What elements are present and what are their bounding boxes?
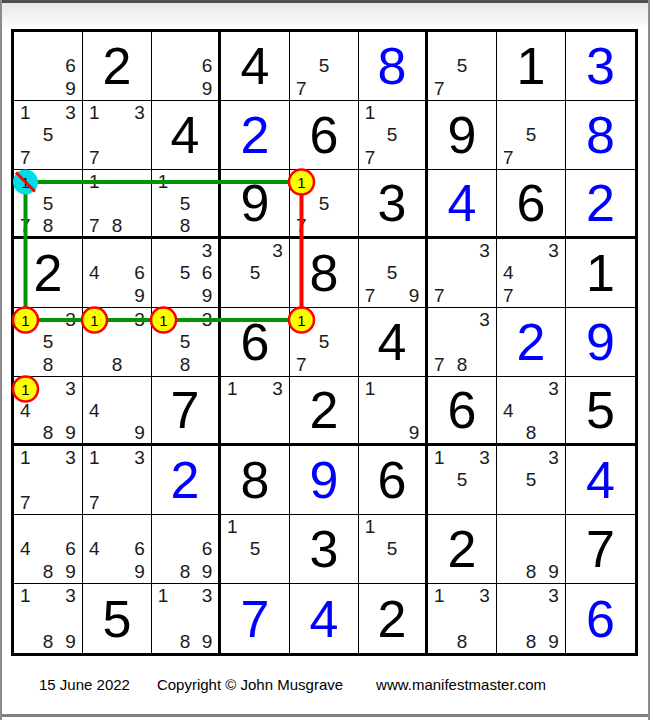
cell-r3c1[interactable]: 1578 <box>14 170 83 239</box>
pencil-mark <box>473 284 496 307</box>
pencil-mark: 9 <box>128 421 151 443</box>
pencil-mark <box>14 421 37 443</box>
cell-value: 9 <box>566 308 635 376</box>
pencil-mark: 1 <box>14 308 37 331</box>
pencil-mark <box>83 421 106 443</box>
pencil-mark <box>152 262 174 285</box>
cell-value: 7 <box>152 377 218 443</box>
cell-r1c8[interactable]: 1 <box>497 32 566 101</box>
pencil-mark <box>174 584 196 607</box>
pencil-mark <box>451 607 474 630</box>
pencil-mark: 1 <box>359 101 381 124</box>
pencil-mark: 7 <box>83 214 106 236</box>
pencil-mark: 7 <box>290 353 313 376</box>
pencil-grid: 57 <box>290 32 358 100</box>
pencil-grid: 13 <box>221 377 289 443</box>
pencil-mark: 6 <box>196 55 218 78</box>
pencil-mark <box>428 308 451 331</box>
pencil-mark <box>128 515 151 538</box>
cell-r1c5[interactable]: 57 <box>290 32 359 101</box>
pencil-grid: 1357 <box>14 101 82 169</box>
cell-value: 8 <box>290 239 358 307</box>
pencil-mark <box>542 146 565 169</box>
pencil-mark <box>14 630 37 653</box>
pencil-grid: 35 <box>221 239 289 307</box>
pencil-mark: 1 <box>83 446 106 469</box>
pencil-mark <box>428 239 451 262</box>
cell-r7c6[interactable]: 6 <box>359 446 428 515</box>
pencil-mark <box>359 399 381 421</box>
pencil-mark <box>520 101 543 124</box>
pencil-mark <box>59 170 82 192</box>
pencil-mark <box>520 377 543 399</box>
pencil-mark <box>473 262 496 285</box>
pencil-mark: 3 <box>542 584 565 607</box>
pencil-mark <box>451 491 474 514</box>
cell-r8c6[interactable]: 15 <box>359 515 428 584</box>
cell-r9c1[interactable]: 1389 <box>14 584 83 653</box>
cell-value: 5 <box>83 584 151 653</box>
pencil-mark <box>59 607 82 630</box>
pencil-mark: 9 <box>196 284 218 307</box>
pencil-mark <box>152 331 174 354</box>
pencil-mark: 1 <box>359 515 381 538</box>
pencil-mark <box>497 446 520 469</box>
cell-r1c4[interactable]: 4 <box>221 32 290 101</box>
pencil-mark: 8 <box>106 214 129 236</box>
cell-r4c7[interactable]: 37 <box>428 239 497 308</box>
pencil-mark: 1 <box>152 170 174 192</box>
cell-r6c3[interactable]: 7 <box>152 377 221 446</box>
pencil-mark <box>359 421 381 443</box>
cell-r5c3[interactable]: 1358 <box>152 308 221 377</box>
pencil-mark: 7 <box>290 77 313 100</box>
pencil-mark <box>221 284 244 307</box>
pencil-mark <box>106 239 129 262</box>
pencil-mark <box>542 284 565 307</box>
pencil-mark <box>59 469 82 492</box>
pencil-mark: 1 <box>152 584 174 607</box>
pencil-mark <box>313 353 336 376</box>
cell-r8c4[interactable]: 15 <box>221 515 290 584</box>
pencil-mark: 6 <box>128 538 151 561</box>
cell-r9c6[interactable]: 2 <box>359 584 428 653</box>
pencil-mark: 4 <box>83 262 106 285</box>
cell-r2c8[interactable]: 57 <box>497 101 566 170</box>
pencil-mark <box>403 515 425 538</box>
cell-r3c4[interactable]: 9 <box>221 170 290 239</box>
pencil-mark <box>83 124 106 147</box>
cell-r3c7[interactable]: 4 <box>428 170 497 239</box>
pencil-mark <box>266 560 289 583</box>
cell-value: 3 <box>290 515 358 583</box>
cell-r7c3[interactable]: 2 <box>152 446 221 515</box>
pencil-mark: 5 <box>381 124 403 147</box>
pencil-mark <box>473 491 496 514</box>
pencil-mark: 1 <box>14 101 37 124</box>
pencil-grid: 138 <box>83 308 151 376</box>
cell-r9c9[interactable]: 6 <box>566 584 635 653</box>
pencil-mark <box>497 515 520 538</box>
cell-r6c6[interactable]: 19 <box>359 377 428 446</box>
pencil-mark: 3 <box>473 584 496 607</box>
cell-r4c8[interactable]: 347 <box>497 239 566 308</box>
pencil-grid: 157 <box>290 170 358 236</box>
pencil-mark <box>37 584 60 607</box>
pencil-mark <box>128 469 151 492</box>
pencil-mark: 7 <box>83 491 106 514</box>
pencil-mark <box>244 377 267 399</box>
pencil-mark <box>106 446 129 469</box>
pencil-mark: 8 <box>174 630 196 653</box>
pencil-mark: 1 <box>428 584 451 607</box>
pencil-mark: 1 <box>83 170 106 192</box>
cell-r8c3[interactable]: 689 <box>152 515 221 584</box>
pencil-mark <box>428 331 451 354</box>
pencil-mark <box>221 239 244 262</box>
pencil-mark <box>174 55 196 78</box>
pencil-grid: 689 <box>152 515 218 583</box>
cell-r8c9[interactable]: 7 <box>566 515 635 584</box>
cell-value: 2 <box>221 101 289 169</box>
pencil-grid: 15 <box>359 515 425 583</box>
pencil-mark: 9 <box>403 284 425 307</box>
pencil-mark <box>83 353 106 376</box>
pencil-mark <box>542 399 565 421</box>
pencil-mark <box>14 55 37 78</box>
cell-r3c5[interactable]: 157 <box>290 170 359 239</box>
pencil-grid: 178 <box>83 170 151 236</box>
cell-r7c2[interactable]: 137 <box>83 446 152 515</box>
pencil-mark: 8 <box>520 421 543 443</box>
cell-r1c6[interactable]: 8 <box>359 32 428 101</box>
pencil-mark: 3 <box>59 584 82 607</box>
pencil-mark: 9 <box>542 560 565 583</box>
cell-r2c2[interactable]: 137 <box>83 101 152 170</box>
pencil-mark <box>497 124 520 147</box>
pencil-mark <box>106 284 129 307</box>
cell-value: 6 <box>497 170 565 236</box>
pencil-mark <box>290 32 313 55</box>
pencil-mark <box>290 192 313 214</box>
cell-r3c3[interactable]: 158 <box>152 170 221 239</box>
pencil-mark <box>266 421 289 443</box>
cell-r7c7[interactable]: 135 <box>428 446 497 515</box>
pencil-mark <box>313 170 336 192</box>
pencil-mark <box>335 32 358 55</box>
pencil-mark <box>542 491 565 514</box>
cell-value: 1 <box>566 239 635 307</box>
cell-r6c5[interactable]: 2 <box>290 377 359 446</box>
pencil-mark: 5 <box>174 262 196 285</box>
pencil-mark: 7 <box>428 77 451 100</box>
cell-r8c5[interactable]: 3 <box>290 515 359 584</box>
pencil-mark <box>335 308 358 331</box>
pencil-mark: 3 <box>266 239 289 262</box>
cell-value: 4 <box>221 32 289 100</box>
pencil-mark: 5 <box>451 55 474 78</box>
pencil-mark <box>37 446 60 469</box>
pencil-mark <box>428 491 451 514</box>
pencil-mark: 1 <box>83 308 106 331</box>
cell-value: 4 <box>428 170 496 236</box>
pencil-mark <box>403 560 425 583</box>
cell-r8c2[interactable]: 469 <box>83 515 152 584</box>
cell-value: 6 <box>428 377 496 443</box>
cell-r8c8[interactable]: 89 <box>497 515 566 584</box>
cell-value: 9 <box>428 101 496 169</box>
pencil-mark <box>221 399 244 421</box>
pencil-mark <box>451 584 474 607</box>
cell-r5c8[interactable]: 2 <box>497 308 566 377</box>
pencil-mark: 9 <box>59 421 82 443</box>
cell-r1c1[interactable]: 69 <box>14 32 83 101</box>
cell-r1c2[interactable]: 2 <box>83 32 152 101</box>
cell-r5c7[interactable]: 378 <box>428 308 497 377</box>
cell-r1c3[interactable]: 69 <box>152 32 221 101</box>
pencil-mark <box>59 515 82 538</box>
pencil-mark <box>174 607 196 630</box>
pencil-mark <box>106 331 129 354</box>
cell-r6c9[interactable]: 5 <box>566 377 635 446</box>
cell-r4c6[interactable]: 579 <box>359 239 428 308</box>
cell-value: 2 <box>497 308 565 376</box>
pencil-mark <box>152 77 174 100</box>
pencil-mark <box>37 32 60 55</box>
cell-r5c5[interactable]: 157 <box>290 308 359 377</box>
pencil-mark <box>83 239 106 262</box>
cell-r1c7[interactable]: 57 <box>428 32 497 101</box>
sudoku-board[interactable]: 6926945785713135713742615795781578178158… <box>11 29 638 656</box>
pencil-mark: 7 <box>14 146 37 169</box>
pencil-mark <box>152 32 174 55</box>
pencil-mark <box>83 560 106 583</box>
pencil-mark <box>451 284 474 307</box>
pencil-mark <box>542 124 565 147</box>
pencil-grid: 378 <box>428 308 496 376</box>
pencil-mark: 7 <box>359 146 381 169</box>
pencil-mark <box>451 446 474 469</box>
pencil-mark <box>14 32 37 55</box>
pencil-mark: 1 <box>359 377 381 399</box>
pencil-mark <box>403 538 425 561</box>
cell-r7c4[interactable]: 8 <box>221 446 290 515</box>
pencil-mark: 3 <box>59 308 82 331</box>
pencil-mark <box>106 101 129 124</box>
pencil-grid: 137 <box>83 446 151 514</box>
pencil-mark <box>196 170 218 192</box>
pencil-grid: 138 <box>428 584 496 653</box>
footer-date: 15 June 2022 <box>39 676 130 693</box>
cell-r9c2[interactable]: 5 <box>83 584 152 653</box>
pencil-grid: 157 <box>359 101 425 169</box>
pencil-mark <box>451 77 474 100</box>
pencil-mark <box>152 630 174 653</box>
pencil-mark: 5 <box>174 331 196 354</box>
cell-r7c9[interactable]: 4 <box>566 446 635 515</box>
pencil-mark <box>37 77 60 100</box>
pencil-mark <box>381 377 403 399</box>
pencil-grid: 469 <box>83 515 151 583</box>
footer-site-link[interactable]: www.manifestmaster.com <box>376 676 546 693</box>
cell-r2c4[interactable]: 2 <box>221 101 290 170</box>
cell-r2c9[interactable]: 8 <box>566 101 635 170</box>
pencil-mark <box>520 146 543 169</box>
cell-r4c4[interactable]: 35 <box>221 239 290 308</box>
pencil-mark <box>14 515 37 538</box>
cell-r2c3[interactable]: 4 <box>152 101 221 170</box>
pencil-mark <box>244 284 267 307</box>
pencil-mark <box>174 170 196 192</box>
pencil-mark <box>14 560 37 583</box>
pencil-mark <box>106 491 129 514</box>
pencil-mark: 1 <box>14 377 37 399</box>
cell-value: 9 <box>290 446 358 514</box>
cell-r9c8[interactable]: 389 <box>497 584 566 653</box>
cell-r9c3[interactable]: 1389 <box>152 584 221 653</box>
pencil-mark <box>128 491 151 514</box>
cell-r8c1[interactable]: 4689 <box>14 515 83 584</box>
pencil-mark: 8 <box>37 214 60 236</box>
cell-r1c9[interactable]: 3 <box>566 32 635 101</box>
cell-r2c6[interactable]: 157 <box>359 101 428 170</box>
cell-r8c7[interactable]: 2 <box>428 515 497 584</box>
pencil-mark: 6 <box>59 538 82 561</box>
pencil-mark <box>37 538 60 561</box>
pencil-mark <box>520 399 543 421</box>
cell-r6c1[interactable]: 13489 <box>14 377 83 446</box>
cell-r9c4[interactable]: 7 <box>221 584 290 653</box>
pencil-mark: 1 <box>221 515 244 538</box>
pencil-mark <box>83 377 106 399</box>
pencil-mark <box>152 239 174 262</box>
cell-r6c8[interactable]: 348 <box>497 377 566 446</box>
pencil-mark: 6 <box>196 538 218 561</box>
cell-r3c9[interactable]: 2 <box>566 170 635 239</box>
cell-r6c4[interactable]: 13 <box>221 377 290 446</box>
pencil-grid: 469 <box>83 239 151 307</box>
pencil-mark <box>106 192 129 214</box>
cell-r4c5[interactable]: 8 <box>290 239 359 308</box>
pencil-mark <box>381 239 403 262</box>
cell-r9c7[interactable]: 138 <box>428 584 497 653</box>
pencil-mark <box>313 308 336 331</box>
pencil-grid: 158 <box>152 170 218 236</box>
cell-r4c9[interactable]: 1 <box>566 239 635 308</box>
pencil-mark: 9 <box>59 77 82 100</box>
pencil-mark <box>59 353 82 376</box>
pencil-mark: 9 <box>542 630 565 653</box>
cell-value: 1 <box>497 32 565 100</box>
pencil-mark <box>473 55 496 78</box>
pencil-mark: 9 <box>196 560 218 583</box>
pencil-grid: 57 <box>428 32 496 100</box>
pencil-mark <box>451 32 474 55</box>
pencil-mark <box>497 239 520 262</box>
pencil-mark <box>221 560 244 583</box>
pencil-mark: 9 <box>128 284 151 307</box>
cell-r7c8[interactable]: 35 <box>497 446 566 515</box>
cell-value: 2 <box>428 515 496 583</box>
pencil-mark: 5 <box>313 192 336 214</box>
pencil-mark <box>196 515 218 538</box>
pencil-mark <box>335 192 358 214</box>
cell-r3c8[interactable]: 6 <box>497 170 566 239</box>
pencil-mark <box>381 101 403 124</box>
cell-r2c1[interactable]: 1357 <box>14 101 83 170</box>
cell-r4c3[interactable]: 3569 <box>152 239 221 308</box>
pencil-mark: 5 <box>451 469 474 492</box>
cell-r5c4[interactable]: 6 <box>221 308 290 377</box>
pencil-mark <box>520 491 543 514</box>
cell-value: 4 <box>359 308 425 376</box>
pencil-mark <box>359 124 381 147</box>
cell-r7c1[interactable]: 137 <box>14 446 83 515</box>
cell-r3c2[interactable]: 178 <box>83 170 152 239</box>
pencil-mark <box>542 469 565 492</box>
cell-value: 2 <box>290 377 358 443</box>
pencil-mark <box>37 308 60 331</box>
cell-r3c6[interactable]: 3 <box>359 170 428 239</box>
pencil-mark <box>14 124 37 147</box>
cell-r7c5[interactable]: 9 <box>290 446 359 515</box>
cell-r2c5[interactable]: 6 <box>290 101 359 170</box>
pencil-mark: 8 <box>451 630 474 653</box>
cell-r5c9[interactable]: 9 <box>566 308 635 377</box>
cell-value: 8 <box>359 32 425 100</box>
cell-r9c5[interactable]: 4 <box>290 584 359 653</box>
pencil-mark: 3 <box>128 446 151 469</box>
pencil-mark <box>290 331 313 354</box>
pencil-grid: 19 <box>359 377 425 443</box>
pencil-mark: 5 <box>174 192 196 214</box>
pencil-mark <box>428 469 451 492</box>
pencil-mark <box>381 399 403 421</box>
cell-r5c1[interactable]: 1358 <box>14 308 83 377</box>
footer: 15 June 2022 Copyright © John Musgrave w… <box>39 671 546 697</box>
pencil-grid: 13489 <box>14 377 82 443</box>
cell-value: 2 <box>566 170 635 236</box>
cell-r4c2[interactable]: 469 <box>83 239 152 308</box>
pencil-mark: 3 <box>196 584 218 607</box>
cell-value: 6 <box>290 101 358 169</box>
cell-r5c6[interactable]: 4 <box>359 308 428 377</box>
pencil-mark <box>244 560 267 583</box>
pencil-mark <box>473 331 496 354</box>
cell-r4c1[interactable]: 2 <box>14 239 83 308</box>
cell-value: 2 <box>83 32 151 100</box>
pencil-mark <box>37 377 60 399</box>
pencil-mark <box>520 584 543 607</box>
pencil-mark <box>128 399 151 421</box>
pencil-grid: 57 <box>497 101 565 169</box>
pencil-mark <box>381 421 403 443</box>
cell-r6c2[interactable]: 49 <box>83 377 152 446</box>
pencil-mark: 1 <box>290 308 313 331</box>
cell-r2c7[interactable]: 9 <box>428 101 497 170</box>
pencil-mark <box>381 560 403 583</box>
pencil-mark <box>335 214 358 236</box>
pencil-mark: 6 <box>196 262 218 285</box>
pencil-mark: 1 <box>14 170 37 192</box>
pencil-mark: 5 <box>520 124 543 147</box>
pencil-mark: 4 <box>83 538 106 561</box>
pencil-mark <box>473 630 496 653</box>
cell-r5c2[interactable]: 138 <box>83 308 152 377</box>
cell-r6c7[interactable]: 6 <box>428 377 497 446</box>
pencil-mark <box>542 262 565 285</box>
pencil-mark: 3 <box>128 101 151 124</box>
